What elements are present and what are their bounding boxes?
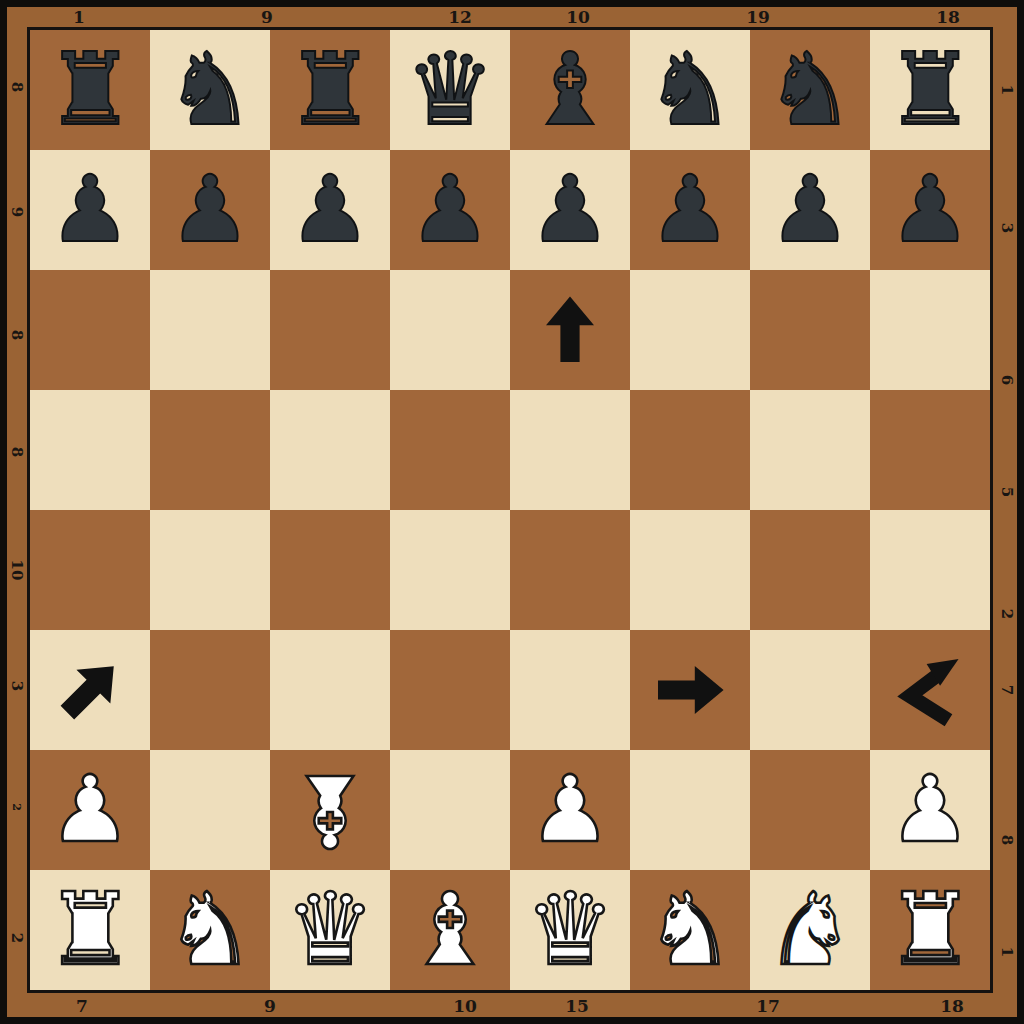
square-a5[interactable]	[30, 390, 150, 510]
square-d6[interactable]	[390, 270, 510, 390]
coordinate-label: 1	[998, 947, 1015, 957]
white-knight-g1[interactable]: ♞	[750, 870, 870, 990]
square-h5[interactable]	[870, 390, 990, 510]
coordinate-label: 18	[940, 998, 964, 1015]
black-pawn-b7[interactable]: ♟	[150, 150, 270, 270]
coordinate-label: 7	[998, 685, 1015, 695]
square-g3[interactable]	[750, 630, 870, 750]
square-d5[interactable]	[390, 390, 510, 510]
black-knight-g8[interactable]: ♞	[750, 30, 870, 150]
coordinate-label: 6	[998, 375, 1015, 385]
arrow-e6-up-icon	[510, 270, 630, 390]
white-pawn-e2[interactable]: ♟	[510, 750, 630, 870]
white-pawn-a2[interactable]: ♟	[30, 750, 150, 870]
coordinate-label: 10	[453, 998, 477, 1015]
square-b6[interactable]	[150, 270, 270, 390]
coordinate-label: 9	[261, 9, 273, 26]
coordinate-label: 5	[998, 487, 1015, 497]
square-e3[interactable]	[510, 630, 630, 750]
square-f6[interactable]	[630, 270, 750, 390]
white-knight-b1[interactable]: ♞	[150, 870, 270, 990]
coordinate-label: 3	[8, 681, 25, 691]
white-rook-h1[interactable]: ♜	[870, 870, 990, 990]
square-c5[interactable]	[270, 390, 390, 510]
square-g2[interactable]	[750, 750, 870, 870]
square-a4[interactable]	[30, 510, 150, 630]
coordinate-label: 10	[566, 9, 590, 26]
square-b3[interactable]	[150, 630, 270, 750]
arrow-a3-up-right-icon	[30, 630, 150, 750]
square-c6[interactable]	[270, 270, 390, 390]
black-pawn-d7[interactable]: ♟	[390, 150, 510, 270]
square-c3[interactable]	[270, 630, 390, 750]
coordinate-label: 8	[8, 330, 25, 340]
square-e5[interactable]	[510, 390, 630, 510]
square-b4[interactable]	[150, 510, 270, 630]
coordinate-label: 10	[8, 560, 25, 581]
black-rook-c8[interactable]: ♜	[270, 30, 390, 150]
white-bishop-c2-inverted-goblet[interactable]: ♝	[270, 750, 390, 870]
chessboard-diagram: ♜♞♜♛♝♞♞♜♟♟♟♟♟♟♟♟♟♝♟♟♜♞♛♝♛♞♞♜ 19121019187…	[0, 0, 1024, 1024]
black-pawn-f7[interactable]: ♟	[630, 150, 750, 270]
coordinate-label: 18	[936, 9, 960, 26]
white-knight-f1[interactable]: ♞	[630, 870, 750, 990]
coordinate-label: 9	[8, 207, 25, 217]
square-f5[interactable]	[630, 390, 750, 510]
square-c4[interactable]	[270, 510, 390, 630]
black-knight-b8[interactable]: ♞	[150, 30, 270, 150]
arrow-f3-right-icon	[630, 630, 750, 750]
coordinate-label: 1	[998, 85, 1015, 95]
square-g4[interactable]	[750, 510, 870, 630]
arrow-h3-bent-up-right-icon	[870, 630, 990, 750]
coordinate-label: 15	[565, 998, 589, 1015]
black-pawn-c7[interactable]: ♟	[270, 150, 390, 270]
coordinate-label: 8	[8, 82, 25, 92]
coordinate-label: 3	[998, 223, 1015, 233]
white-pawn-h2[interactable]: ♟	[870, 750, 990, 870]
square-e4[interactable]	[510, 510, 630, 630]
square-b5[interactable]	[150, 390, 270, 510]
square-f2[interactable]	[630, 750, 750, 870]
square-h6[interactable]	[870, 270, 990, 390]
black-bishop-e8[interactable]: ♝	[510, 30, 630, 150]
square-f4[interactable]	[630, 510, 750, 630]
black-queen-d8[interactable]: ♛	[390, 30, 510, 150]
coordinate-label: 7	[76, 998, 88, 1015]
coordinate-label: 1	[73, 9, 85, 26]
square-b2[interactable]	[150, 750, 270, 870]
square-a6[interactable]	[30, 270, 150, 390]
coordinate-label: 2	[998, 609, 1015, 619]
chess-board: ♜♞♜♛♝♞♞♜♟♟♟♟♟♟♟♟♟♝♟♟♜♞♛♝♛♞♞♜	[27, 27, 993, 993]
coordinate-label: 9	[264, 998, 276, 1015]
coordinate-label: 17	[756, 998, 780, 1015]
coordinate-label: 2	[8, 933, 25, 943]
black-pawn-a7[interactable]: ♟	[30, 150, 150, 270]
white-queen-c1[interactable]: ♛	[270, 870, 390, 990]
black-pawn-g7[interactable]: ♟	[750, 150, 870, 270]
coordinate-label: 12	[448, 9, 472, 26]
white-rook-a1[interactable]: ♜	[30, 870, 150, 990]
white-queen-e1[interactable]: ♛	[510, 870, 630, 990]
black-knight-f8[interactable]: ♞	[630, 30, 750, 150]
coordinate-label: 19	[746, 9, 770, 26]
black-pawn-e7[interactable]: ♟	[510, 150, 630, 270]
black-rook-a8[interactable]: ♜	[30, 30, 150, 150]
white-bishop-d1[interactable]: ♝	[390, 870, 510, 990]
coordinate-label: 8	[998, 835, 1015, 845]
square-g5[interactable]	[750, 390, 870, 510]
square-d3[interactable]	[390, 630, 510, 750]
black-pawn-h7[interactable]: ♟	[870, 150, 990, 270]
coordinate-label: 8	[8, 447, 25, 457]
black-rook-h8[interactable]: ♜	[870, 30, 990, 150]
coordinate-label: 2	[8, 803, 25, 811]
square-g6[interactable]	[750, 270, 870, 390]
square-d2[interactable]	[390, 750, 510, 870]
square-d4[interactable]	[390, 510, 510, 630]
square-h4[interactable]	[870, 510, 990, 630]
